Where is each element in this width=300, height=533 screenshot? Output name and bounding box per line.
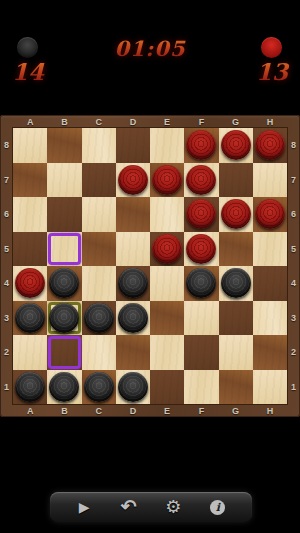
- square-h1[interactable]: [253, 370, 287, 405]
- rank-label-5: 5: [287, 232, 300, 267]
- wood-grain: [150, 197, 184, 232]
- square-d1[interactable]: [116, 370, 150, 405]
- black-man-g4[interactable]: [221, 268, 251, 298]
- file-label-b: B: [47, 115, 81, 128]
- square-e8[interactable]: [150, 128, 184, 163]
- wood-grain: [82, 232, 116, 267]
- file-label-d: D: [116, 404, 150, 417]
- rank-label-1: 1: [0, 370, 13, 405]
- checkers-app-screen: { "game": "checkers", "position": "W:Wf8…: [0, 0, 300, 533]
- square-g6[interactable]: [219, 197, 253, 232]
- wood-grain: [253, 232, 287, 267]
- red-man-a4[interactable]: [15, 268, 45, 298]
- rank-label-8: 8: [0, 128, 13, 163]
- file-labels-bottom: ABCDEFGH: [13, 404, 287, 417]
- square-e2[interactable]: [150, 335, 184, 370]
- wood-grain: [253, 370, 287, 405]
- wood-grain: [150, 266, 184, 301]
- black-man-a3[interactable]: [15, 303, 45, 333]
- square-c7[interactable]: [82, 163, 116, 198]
- square-c8[interactable]: [82, 128, 116, 163]
- wood-grain: [13, 197, 47, 232]
- wood-grain: [13, 232, 47, 267]
- black-man-c3[interactable]: [84, 303, 114, 333]
- wood-grain: [253, 335, 287, 370]
- square-b6[interactable]: [47, 197, 81, 232]
- wood-grain: [47, 232, 81, 267]
- play-icon: ▶: [79, 499, 90, 515]
- square-h6[interactable]: [253, 197, 287, 232]
- square-f2[interactable]: [184, 335, 218, 370]
- square-d8[interactable]: [116, 128, 150, 163]
- square-a3[interactable]: [13, 301, 47, 336]
- rank-labels-right: 87654321: [287, 128, 300, 404]
- wood-grain: [219, 301, 253, 336]
- square-f8[interactable]: [184, 128, 218, 163]
- rank-label-7: 7: [0, 163, 13, 198]
- red-man-f6[interactable]: [186, 199, 216, 229]
- undo-button[interactable]: ↶: [116, 494, 142, 520]
- rank-label-8: 8: [287, 128, 300, 163]
- square-f3[interactable]: [184, 301, 218, 336]
- square-b3[interactable]: [47, 301, 81, 336]
- square-e4[interactable]: [150, 266, 184, 301]
- black-man-f4[interactable]: [186, 268, 216, 298]
- square-a1[interactable]: [13, 370, 47, 405]
- square-b5[interactable]: [47, 232, 81, 267]
- wood-grain: [82, 128, 116, 163]
- wood-grain: [116, 197, 150, 232]
- file-label-h: H: [253, 404, 287, 417]
- file-label-d: D: [116, 115, 150, 128]
- square-e6[interactable]: [150, 197, 184, 232]
- red-man-f5[interactable]: [186, 234, 216, 264]
- square-a2[interactable]: [13, 335, 47, 370]
- rank-label-6: 6: [287, 197, 300, 232]
- rank-label-5: 5: [0, 232, 13, 267]
- square-e7[interactable]: [150, 163, 184, 198]
- square-b2[interactable]: [47, 335, 81, 370]
- red-man-f8[interactable]: [186, 130, 216, 160]
- file-labels-top: ABCDEFGH: [13, 115, 287, 128]
- wood-grain: [219, 163, 253, 198]
- square-f6[interactable]: [184, 197, 218, 232]
- undo-icon: ↶: [121, 495, 137, 518]
- file-label-c: C: [82, 115, 116, 128]
- info-icon: i: [210, 500, 225, 515]
- square-b8[interactable]: [47, 128, 81, 163]
- square-g1[interactable]: [219, 370, 253, 405]
- black-man-b1[interactable]: [49, 372, 79, 402]
- file-label-a: A: [13, 404, 47, 417]
- wood-grain: [47, 335, 81, 370]
- square-g2[interactable]: [219, 335, 253, 370]
- red-man-f7[interactable]: [186, 165, 216, 195]
- square-a7[interactable]: [13, 163, 47, 198]
- square-c3[interactable]: [82, 301, 116, 336]
- square-f5[interactable]: [184, 232, 218, 267]
- red-man-h6[interactable]: [255, 199, 285, 229]
- rank-label-1: 1: [287, 370, 300, 405]
- square-f1[interactable]: [184, 370, 218, 405]
- square-g5[interactable]: [219, 232, 253, 267]
- file-label-g: G: [219, 404, 253, 417]
- square-d5[interactable]: [116, 232, 150, 267]
- gear-icon: ⚙: [165, 496, 181, 518]
- black-man-b4[interactable]: [49, 268, 79, 298]
- wood-grain: [150, 370, 184, 405]
- file-label-f: F: [184, 115, 218, 128]
- square-a4[interactable]: [13, 266, 47, 301]
- square-c6[interactable]: [82, 197, 116, 232]
- black-man-c1[interactable]: [84, 372, 114, 402]
- rank-label-2: 2: [0, 335, 13, 370]
- rank-label-2: 2: [287, 335, 300, 370]
- file-label-e: E: [150, 404, 184, 417]
- highlight-purple-b2: [48, 336, 80, 369]
- square-e5[interactable]: [150, 232, 184, 267]
- square-e3[interactable]: [150, 301, 184, 336]
- rank-label-4: 4: [287, 266, 300, 301]
- rank-label-3: 3: [0, 301, 13, 336]
- bottom-toolbar: ▶ ↶ ⚙ i: [50, 492, 252, 522]
- square-g3[interactable]: [219, 301, 253, 336]
- rank-label-6: 6: [0, 197, 13, 232]
- wood-grain: [150, 128, 184, 163]
- rank-label-7: 7: [287, 163, 300, 198]
- red-man-d7[interactable]: [118, 165, 148, 195]
- square-c2[interactable]: [82, 335, 116, 370]
- wood-grain: [253, 266, 287, 301]
- square-h5[interactable]: [253, 232, 287, 267]
- square-d4[interactable]: [116, 266, 150, 301]
- wood-grain: [184, 301, 218, 336]
- square-h3[interactable]: [253, 301, 287, 336]
- wood-grain: [150, 335, 184, 370]
- file-label-g: G: [219, 115, 253, 128]
- wood-grain: [184, 370, 218, 405]
- square-d6[interactable]: [116, 197, 150, 232]
- rank-label-4: 4: [0, 266, 13, 301]
- square-b7[interactable]: [47, 163, 81, 198]
- wood-grain: [219, 370, 253, 405]
- wood-grain: [82, 163, 116, 198]
- red-man-g6[interactable]: [221, 199, 251, 229]
- file-label-e: E: [150, 115, 184, 128]
- wood-grain: [82, 335, 116, 370]
- wood-grain: [116, 128, 150, 163]
- black-man-a1[interactable]: [15, 372, 45, 402]
- square-c4[interactable]: [82, 266, 116, 301]
- wood-grain: [13, 163, 47, 198]
- rank-labels-left: 87654321: [0, 128, 13, 404]
- square-h2[interactable]: [253, 335, 287, 370]
- square-g8[interactable]: [219, 128, 253, 163]
- board-grid: [13, 128, 287, 404]
- file-label-a: A: [13, 115, 47, 128]
- square-d2[interactable]: [116, 335, 150, 370]
- square-a8[interactable]: [13, 128, 47, 163]
- red-piece-count: 13: [250, 58, 294, 85]
- square-h4[interactable]: [253, 266, 287, 301]
- info-button[interactable]: i: [205, 494, 231, 520]
- wood-grain: [150, 301, 184, 336]
- checkers-board: ABCDEFGH ABCDEFGH 87654321 87654321: [0, 115, 300, 417]
- wood-grain: [116, 232, 150, 267]
- black-man-d1[interactable]: [118, 372, 148, 402]
- file-label-h: H: [253, 115, 287, 128]
- square-f4[interactable]: [184, 266, 218, 301]
- square-g4[interactable]: [219, 266, 253, 301]
- file-label-b: B: [47, 404, 81, 417]
- square-e1[interactable]: [150, 370, 184, 405]
- wood-grain: [82, 197, 116, 232]
- square-d7[interactable]: [116, 163, 150, 198]
- black-man-d4[interactable]: [118, 268, 148, 298]
- file-label-f: F: [184, 404, 218, 417]
- square-f7[interactable]: [184, 163, 218, 198]
- red-man-e5[interactable]: [152, 234, 182, 264]
- highlight-purple-b5: [48, 233, 80, 266]
- wood-grain: [219, 335, 253, 370]
- wood-grain: [13, 335, 47, 370]
- play-button[interactable]: ▶: [71, 494, 97, 520]
- red-player-piece-icon: [261, 37, 282, 58]
- wood-grain: [253, 163, 287, 198]
- square-c5[interactable]: [82, 232, 116, 267]
- red-man-g8[interactable]: [221, 130, 251, 160]
- square-b4[interactable]: [47, 266, 81, 301]
- settings-button[interactable]: ⚙: [160, 494, 186, 520]
- wood-grain: [184, 335, 218, 370]
- black-man-d3[interactable]: [118, 303, 148, 333]
- square-a6[interactable]: [13, 197, 47, 232]
- square-g7[interactable]: [219, 163, 253, 198]
- wood-grain: [13, 128, 47, 163]
- square-h8[interactable]: [253, 128, 287, 163]
- wood-grain: [116, 335, 150, 370]
- square-a5[interactable]: [13, 232, 47, 267]
- square-c1[interactable]: [82, 370, 116, 405]
- square-d3[interactable]: [116, 301, 150, 336]
- wood-grain: [82, 266, 116, 301]
- black-piece-count: 14: [6, 58, 50, 85]
- file-label-c: C: [82, 404, 116, 417]
- rank-label-3: 3: [287, 301, 300, 336]
- wood-grain: [47, 128, 81, 163]
- wood-grain: [47, 163, 81, 198]
- wood-grain: [253, 301, 287, 336]
- red-man-h8[interactable]: [255, 130, 285, 160]
- square-b1[interactable]: [47, 370, 81, 405]
- black-man-b3[interactable]: [49, 303, 79, 333]
- wood-grain: [47, 197, 81, 232]
- square-h7[interactable]: [253, 163, 287, 198]
- wood-grain: [219, 232, 253, 267]
- red-man-e7[interactable]: [152, 165, 182, 195]
